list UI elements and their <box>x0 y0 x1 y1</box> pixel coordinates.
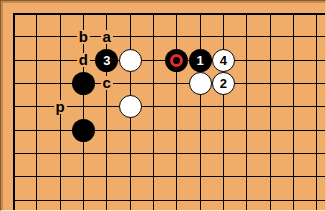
stone-black-3: 3 <box>95 49 118 72</box>
letter-c: c <box>101 76 113 90</box>
move-number: 1 <box>196 54 203 67</box>
letter-d: d <box>77 53 90 67</box>
stone-white-2: 2 <box>212 72 235 95</box>
circle-marker-icon <box>170 54 183 67</box>
stone-black <box>72 72 95 95</box>
letter-p: p <box>54 100 67 114</box>
letter-a: a <box>101 30 113 44</box>
letter-b: b <box>77 30 90 44</box>
move-number: 4 <box>220 54 227 67</box>
stone-black <box>165 49 188 72</box>
stone-black-1: 1 <box>189 49 212 72</box>
stone-white <box>119 49 142 72</box>
move-number: 2 <box>220 77 227 90</box>
stone-white-4: 4 <box>212 49 235 72</box>
stone-white <box>119 95 142 118</box>
stone-black <box>72 119 95 142</box>
intersections-grid: 3142badcp <box>2 2 326 211</box>
stone-white <box>189 72 212 95</box>
move-number: 3 <box>103 54 110 67</box>
go-board: 3142badcp <box>0 0 326 211</box>
